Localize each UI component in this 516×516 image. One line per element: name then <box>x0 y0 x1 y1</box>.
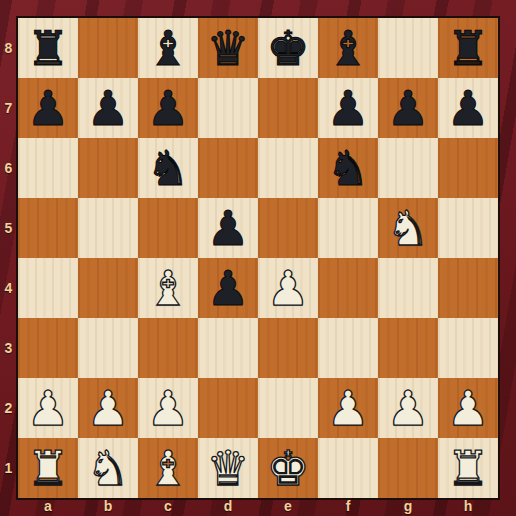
square-f1[interactable] <box>318 438 378 498</box>
square-a7[interactable]: ♟ <box>18 78 78 138</box>
piece-white-bishop[interactable]: ♝ <box>146 264 189 312</box>
file-label-a: a <box>18 498 78 516</box>
square-a5[interactable] <box>18 198 78 258</box>
piece-white-knight[interactable]: ♞ <box>86 444 129 492</box>
square-d6[interactable] <box>198 138 258 198</box>
square-c6[interactable]: ♞ <box>138 138 198 198</box>
piece-black-pawn[interactable]: ♟ <box>206 204 249 252</box>
square-d7[interactable] <box>198 78 258 138</box>
square-h1[interactable]: ♜ <box>438 438 498 498</box>
file-label-b: b <box>78 498 138 516</box>
square-d3[interactable] <box>198 318 258 378</box>
piece-white-pawn[interactable]: ♟ <box>86 384 129 432</box>
square-h2[interactable]: ♟ <box>438 378 498 438</box>
piece-white-pawn[interactable]: ♟ <box>326 384 369 432</box>
square-a4[interactable] <box>18 258 78 318</box>
piece-white-pawn[interactable]: ♟ <box>386 384 429 432</box>
square-g7[interactable]: ♟ <box>378 78 438 138</box>
piece-black-bishop[interactable]: ♝ <box>146 24 189 72</box>
piece-white-king[interactable]: ♚ <box>266 444 309 492</box>
square-d5[interactable]: ♟ <box>198 198 258 258</box>
rank-label-7: 7 <box>0 78 17 138</box>
piece-white-rook[interactable]: ♜ <box>26 444 69 492</box>
file-label-g: g <box>378 498 438 516</box>
square-f4[interactable] <box>318 258 378 318</box>
board-frame: ♜♝♛♚♝♜♟♟♟♟♟♟♞♞♟♞♝♟♟♟♟♟♟♟♟♜♞♝♛♚♜ 87654321… <box>0 0 516 516</box>
square-h6[interactable] <box>438 138 498 198</box>
square-a2[interactable]: ♟ <box>18 378 78 438</box>
square-h7[interactable]: ♟ <box>438 78 498 138</box>
square-b4[interactable] <box>78 258 138 318</box>
rank-label-2: 2 <box>0 378 17 438</box>
square-b3[interactable] <box>78 318 138 378</box>
square-e6[interactable] <box>258 138 318 198</box>
rank-label-6: 6 <box>0 138 17 198</box>
rank-label-8: 8 <box>0 18 17 78</box>
piece-black-queen[interactable]: ♛ <box>206 24 249 72</box>
piece-black-knight[interactable]: ♞ <box>326 144 369 192</box>
square-e3[interactable] <box>258 318 318 378</box>
square-f7[interactable]: ♟ <box>318 78 378 138</box>
square-h4[interactable] <box>438 258 498 318</box>
square-e7[interactable] <box>258 78 318 138</box>
square-g2[interactable]: ♟ <box>378 378 438 438</box>
square-g3[interactable] <box>378 318 438 378</box>
square-g6[interactable] <box>378 138 438 198</box>
piece-black-pawn[interactable]: ♟ <box>26 84 69 132</box>
square-c4[interactable]: ♝ <box>138 258 198 318</box>
piece-black-pawn[interactable]: ♟ <box>206 264 249 312</box>
square-g8[interactable] <box>378 18 438 78</box>
piece-black-pawn[interactable]: ♟ <box>86 84 129 132</box>
piece-white-bishop[interactable]: ♝ <box>146 444 189 492</box>
square-g5[interactable]: ♞ <box>378 198 438 258</box>
square-f6[interactable]: ♞ <box>318 138 378 198</box>
piece-black-knight[interactable]: ♞ <box>146 144 189 192</box>
file-label-d: d <box>198 498 258 516</box>
chess-board: ♜♝♛♚♝♜♟♟♟♟♟♟♞♞♟♞♝♟♟♟♟♟♟♟♟♜♞♝♛♚♜ <box>16 16 500 500</box>
square-d2[interactable] <box>198 378 258 438</box>
file-label-c: c <box>138 498 198 516</box>
square-a3[interactable] <box>18 318 78 378</box>
piece-black-bishop[interactable]: ♝ <box>326 24 369 72</box>
square-a6[interactable] <box>18 138 78 198</box>
square-c7[interactable]: ♟ <box>138 78 198 138</box>
square-f8[interactable]: ♝ <box>318 18 378 78</box>
piece-white-rook[interactable]: ♜ <box>446 444 489 492</box>
square-c5[interactable] <box>138 198 198 258</box>
square-e5[interactable] <box>258 198 318 258</box>
square-b1[interactable]: ♞ <box>78 438 138 498</box>
square-d8[interactable]: ♛ <box>198 18 258 78</box>
square-d1[interactable]: ♛ <box>198 438 258 498</box>
square-c1[interactable]: ♝ <box>138 438 198 498</box>
square-g1[interactable] <box>378 438 438 498</box>
square-b2[interactable]: ♟ <box>78 378 138 438</box>
rank-label-5: 5 <box>0 198 17 258</box>
rank-label-1: 1 <box>0 438 17 498</box>
rank-label-3: 3 <box>0 318 17 378</box>
square-a8[interactable]: ♜ <box>18 18 78 78</box>
file-label-f: f <box>318 498 378 516</box>
square-h8[interactable]: ♜ <box>438 18 498 78</box>
piece-black-pawn[interactable]: ♟ <box>326 84 369 132</box>
piece-black-rook[interactable]: ♜ <box>26 24 69 72</box>
piece-black-pawn[interactable]: ♟ <box>146 84 189 132</box>
piece-black-rook[interactable]: ♜ <box>446 24 489 72</box>
file-label-e: e <box>258 498 318 516</box>
piece-white-pawn[interactable]: ♟ <box>446 384 489 432</box>
square-f5[interactable] <box>318 198 378 258</box>
piece-white-knight[interactable]: ♞ <box>386 204 429 252</box>
square-e2[interactable] <box>258 378 318 438</box>
square-c3[interactable] <box>138 318 198 378</box>
square-d4[interactable]: ♟ <box>198 258 258 318</box>
square-c8[interactable]: ♝ <box>138 18 198 78</box>
square-b8[interactable] <box>78 18 138 78</box>
piece-black-pawn[interactable]: ♟ <box>446 84 489 132</box>
piece-black-pawn[interactable]: ♟ <box>386 84 429 132</box>
rank-label-4: 4 <box>0 258 17 318</box>
square-b5[interactable] <box>78 198 138 258</box>
piece-white-queen[interactable]: ♛ <box>206 444 249 492</box>
square-f3[interactable] <box>318 318 378 378</box>
square-h3[interactable] <box>438 318 498 378</box>
square-e1[interactable]: ♚ <box>258 438 318 498</box>
square-b7[interactable]: ♟ <box>78 78 138 138</box>
piece-black-king[interactable]: ♚ <box>266 24 309 72</box>
piece-white-pawn[interactable]: ♟ <box>266 264 309 312</box>
file-label-h: h <box>438 498 498 516</box>
square-f2[interactable]: ♟ <box>318 378 378 438</box>
square-a1[interactable]: ♜ <box>18 438 78 498</box>
square-h5[interactable] <box>438 198 498 258</box>
square-e4[interactable]: ♟ <box>258 258 318 318</box>
square-g4[interactable] <box>378 258 438 318</box>
square-e8[interactable]: ♚ <box>258 18 318 78</box>
square-c2[interactable]: ♟ <box>138 378 198 438</box>
piece-white-pawn[interactable]: ♟ <box>26 384 69 432</box>
piece-white-pawn[interactable]: ♟ <box>146 384 189 432</box>
square-b6[interactable] <box>78 138 138 198</box>
